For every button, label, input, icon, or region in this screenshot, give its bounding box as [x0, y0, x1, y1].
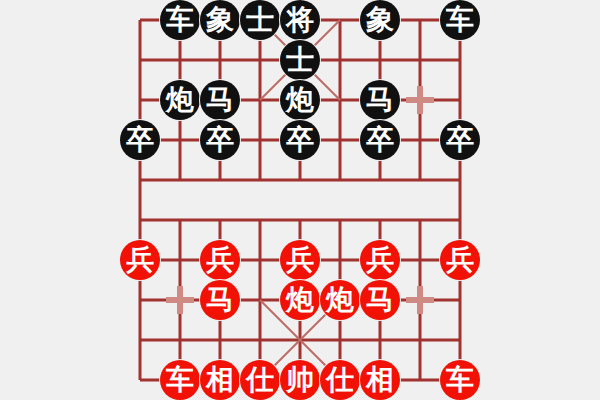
marker-corner-br [180, 300, 194, 314]
piece-red-soldier[interactable]: 兵 [360, 240, 400, 280]
piece-black-chariot[interactable]: 车 [160, 0, 200, 40]
move-origin-marker [166, 286, 194, 314]
piece-red-chariot[interactable]: 车 [440, 360, 480, 400]
piece-black-horse[interactable]: 马 [200, 80, 240, 120]
marker-corner-bl [406, 300, 420, 314]
piece-red-soldier[interactable]: 兵 [280, 240, 320, 280]
piece-red-general[interactable]: 帅 [280, 360, 320, 400]
piece-black-general[interactable]: 将 [280, 0, 320, 40]
piece-red-soldier[interactable]: 兵 [120, 240, 160, 280]
piece-red-cannon[interactable]: 炮 [280, 280, 320, 320]
move-origin-marker [406, 286, 434, 314]
piece-red-soldier[interactable]: 兵 [200, 240, 240, 280]
piece-red-advisor[interactable]: 仕 [240, 360, 280, 400]
piece-red-advisor[interactable]: 仕 [320, 360, 360, 400]
piece-red-elephant[interactable]: 相 [360, 360, 400, 400]
piece-red-cannon[interactable]: 炮 [320, 280, 360, 320]
piece-black-soldier[interactable]: 卒 [120, 120, 160, 160]
piece-red-horse[interactable]: 马 [360, 280, 400, 320]
piece-black-cannon[interactable]: 炮 [280, 80, 320, 120]
piece-black-advisor[interactable]: 士 [280, 40, 320, 80]
marker-corner-bl [406, 100, 420, 114]
move-origin-marker [406, 86, 434, 114]
piece-red-horse[interactable]: 马 [200, 280, 240, 320]
piece-red-chariot[interactable]: 车 [160, 360, 200, 400]
piece-black-horse[interactable]: 马 [360, 80, 400, 120]
marker-corner-tr [180, 286, 194, 300]
piece-red-soldier[interactable]: 兵 [440, 240, 480, 280]
piece-black-advisor[interactable]: 士 [240, 0, 280, 40]
marker-corner-tl [406, 86, 420, 100]
marker-corner-tr [420, 86, 434, 100]
marker-corner-tl [166, 286, 180, 300]
marker-corner-br [420, 300, 434, 314]
marker-corner-tr [420, 286, 434, 300]
piece-black-elephant[interactable]: 象 [200, 0, 240, 40]
xiangqi-app-background: 车象士将象车士炮马炮马卒卒卒卒卒兵兵兵兵兵马炮炮马车相仕帅仕相车 [0, 0, 600, 400]
marker-corner-bl [166, 300, 180, 314]
marker-corner-tl [406, 286, 420, 300]
piece-black-chariot[interactable]: 车 [440, 0, 480, 40]
piece-black-soldier[interactable]: 卒 [280, 120, 320, 160]
piece-black-elephant[interactable]: 象 [360, 0, 400, 40]
xiangqi-board[interactable]: 车象士将象车士炮马炮马卒卒卒卒卒兵兵兵兵兵马炮炮马车相仕帅仕相车 [140, 20, 460, 380]
piece-black-soldier[interactable]: 卒 [360, 120, 400, 160]
piece-black-soldier[interactable]: 卒 [440, 120, 480, 160]
marker-corner-br [420, 100, 434, 114]
piece-red-elephant[interactable]: 相 [200, 360, 240, 400]
piece-black-cannon[interactable]: 炮 [160, 80, 200, 120]
piece-black-soldier[interactable]: 卒 [200, 120, 240, 160]
